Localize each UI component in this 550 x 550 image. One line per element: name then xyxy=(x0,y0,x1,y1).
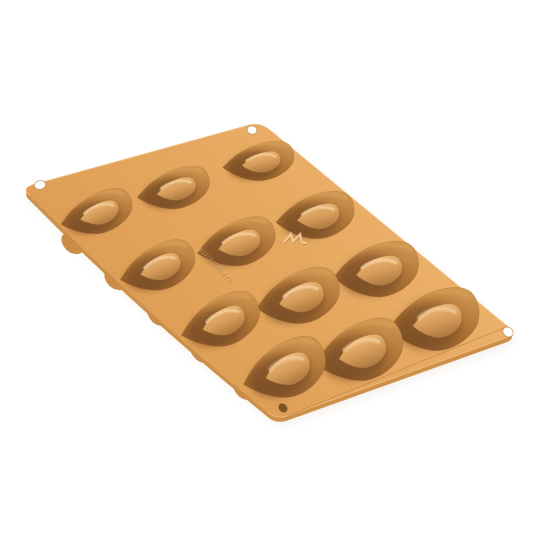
silicone-mold-photo: silikomartsilikomart xyxy=(0,0,550,550)
product-photo: silikomartsilikomart xyxy=(0,0,550,550)
